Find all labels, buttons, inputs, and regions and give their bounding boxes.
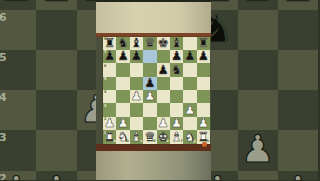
white-pawn-icon: ♟ (241, 130, 275, 168)
white-rook-icon: ♜ (198, 130, 209, 143)
rank-label-5: 5 (0, 52, 7, 63)
black-pawn-icon: ♟ (39, 0, 73, 7)
white-pawn-icon: ♟ (144, 90, 155, 103)
square-d3[interactable] (143, 103, 156, 116)
square-g5 (238, 50, 278, 90)
black-king-icon: ♚ (158, 36, 169, 49)
black-pawn-icon: ♟ (198, 50, 209, 63)
square-h5[interactable] (197, 77, 210, 90)
square-b7: ♟ (36, 0, 76, 10)
table-surface (96, 151, 211, 181)
rank-label-3: 3 (104, 104, 107, 108)
square-f6[interactable]: ♞ (170, 63, 183, 76)
white-pawn-icon: ♟ (0, 171, 33, 180)
rank-label-4: 4 (0, 92, 7, 103)
square-h6 (278, 10, 318, 50)
square-a6: 6 (0, 10, 36, 50)
square-h6[interactable] (197, 63, 210, 76)
square-h7[interactable]: ♟ (197, 50, 210, 63)
square-g7[interactable]: ♟ (183, 50, 196, 63)
white-pawn-icon: ♟ (39, 171, 73, 180)
black-pawn-icon: ♟ (0, 0, 33, 7)
board-wooden-frame: 8♜♞♝♛♚♝♜7♟♟♟♟♟♟6♟♞5♟4♟♟3♟2♟♟♟♟♟1a♜b♞c♝d♛… (96, 33, 211, 151)
white-king-icon: ♚ (158, 130, 169, 143)
square-e8[interactable]: ♚ (157, 37, 170, 50)
white-knight-icon: ♞ (117, 130, 128, 143)
square-a5[interactable]: 5 (103, 77, 116, 90)
white-pawn-icon: ♟ (131, 90, 142, 103)
black-pawn-icon: ♟ (158, 63, 169, 76)
white-pawn-icon: ♟ (281, 171, 315, 180)
square-h2: ♟ (278, 171, 318, 181)
square-h7: ♟ (278, 0, 318, 10)
square-b6[interactable] (116, 63, 129, 76)
square-b5 (36, 50, 76, 90)
square-b6 (36, 10, 76, 50)
square-e6[interactable]: ♟ (157, 63, 170, 76)
square-h3 (278, 130, 318, 170)
rank-label-6: 6 (0, 12, 7, 23)
square-a5: 5 (0, 50, 36, 90)
square-e1[interactable]: e♚ (157, 130, 170, 143)
black-knight-icon: ♞ (171, 63, 182, 76)
square-a1[interactable]: 1a♜ (103, 130, 116, 143)
square-a7[interactable]: 7♟ (103, 50, 116, 63)
rank-label-5: 5 (104, 77, 107, 81)
black-pawn-icon: ♟ (131, 50, 142, 63)
square-g1[interactable]: g♞ (183, 130, 196, 143)
square-b5[interactable] (116, 77, 129, 90)
square-f4[interactable] (170, 90, 183, 103)
square-a4[interactable]: 4 (103, 90, 116, 103)
square-g3[interactable]: ♟ (183, 103, 196, 116)
rank-label-3: 3 (0, 132, 7, 143)
square-g6[interactable] (183, 63, 196, 76)
square-b4 (36, 90, 76, 130)
square-g6 (238, 10, 278, 50)
square-d1[interactable]: d♛ (143, 130, 156, 143)
square-c7[interactable]: ♟ (130, 50, 143, 63)
rank-label-4: 4 (104, 90, 107, 94)
square-a3: 3 (0, 130, 36, 170)
white-pawn-icon: ♟ (184, 103, 195, 116)
square-g5[interactable] (183, 77, 196, 90)
square-g7: ♟ (238, 0, 278, 10)
frame-left-margin (96, 37, 103, 144)
badge-dot (202, 142, 207, 147)
square-d8[interactable]: ♛ (143, 37, 156, 50)
square-a4: 4 (0, 90, 36, 130)
white-queen-icon: ♛ (144, 130, 155, 143)
square-c3[interactable] (130, 103, 143, 116)
square-a2: 2♟ (0, 171, 36, 181)
square-h4 (278, 90, 318, 130)
black-pawn-icon: ♟ (117, 50, 128, 63)
square-d4[interactable]: ♟ (143, 90, 156, 103)
square-b7[interactable]: ♟ (116, 50, 129, 63)
square-g2 (238, 171, 278, 181)
black-pawn-icon: ♟ (104, 50, 115, 63)
square-c4[interactable]: ♟ (130, 90, 143, 103)
white-bishop-icon: ♝ (131, 130, 142, 143)
wall-backdrop (96, 2, 211, 33)
square-f1[interactable]: f♝ (170, 130, 183, 143)
square-g3: ♟ (238, 130, 278, 170)
square-e5[interactable] (157, 77, 170, 90)
black-queen-icon: ♛ (144, 36, 155, 49)
square-e4[interactable] (157, 90, 170, 103)
square-a6[interactable]: 6 (103, 63, 116, 76)
video-frame: 8♜♞♝♛♚♝♜7♟♟♟♟♟♟6♟♞5♟4♟♟3♟2♟♟♟♟♟1a♜b♞c♝d♛… (0, 0, 320, 180)
square-b2: ♟ (36, 171, 76, 181)
chess-board[interactable]: 8♜♞♝♛♚♝♜7♟♟♟♟♟♟6♟♞5♟4♟♟3♟2♟♟♟♟♟1a♜b♞c♝d♛… (103, 37, 210, 144)
white-knight-icon: ♞ (184, 130, 195, 143)
rank-label-6: 6 (104, 64, 107, 68)
video-strip: 8♜♞♝♛♚♝♜7♟♟♟♟♟♟6♟♞5♟4♟♟3♟2♟♟♟♟♟1a♜b♞c♝d♛… (96, 0, 211, 180)
square-b4[interactable] (116, 90, 129, 103)
white-bishop-icon: ♝ (171, 130, 182, 143)
square-g4 (238, 90, 278, 130)
black-pawn-icon: ♟ (281, 0, 315, 7)
square-f5[interactable] (170, 77, 183, 90)
frame-right-margin (210, 37, 211, 144)
white-rook-icon: ♜ (104, 130, 115, 143)
black-pawn-icon: ♟ (184, 50, 195, 63)
square-b1[interactable]: b♞ (116, 130, 129, 143)
black-pawn-icon: ♟ (241, 0, 275, 7)
square-c6[interactable] (130, 63, 143, 76)
square-c1[interactable]: c♝ (130, 130, 143, 143)
square-d7[interactable] (143, 50, 156, 63)
square-a7: 7♟ (0, 0, 36, 10)
square-h5 (278, 50, 318, 90)
square-b3 (36, 130, 76, 170)
square-h4[interactable] (197, 90, 210, 103)
